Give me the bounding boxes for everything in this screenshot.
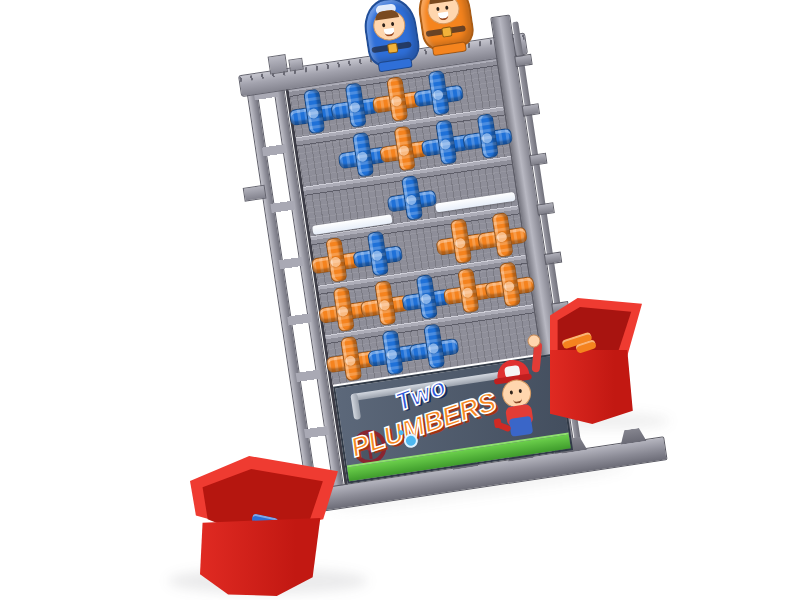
cell-r3c4[interactable] <box>428 162 477 218</box>
orange-pipe-piece[interactable] <box>476 205 527 261</box>
shelf-bracket-stub <box>522 103 540 116</box>
right-piece-tray[interactable] <box>550 298 642 424</box>
cell-r3c5[interactable] <box>469 156 518 212</box>
cell-r1c5[interactable] <box>455 57 504 113</box>
cell-r1c4[interactable] <box>413 63 462 119</box>
character-overalls <box>509 416 533 437</box>
orange-pipe-piece[interactable] <box>483 255 534 311</box>
orange-plumber-figure[interactable] <box>411 0 477 56</box>
tray-bin <box>550 350 642 424</box>
tray-bin <box>200 518 328 596</box>
cell-r3c3[interactable] <box>386 168 435 224</box>
frame-cap-block <box>288 58 304 72</box>
belt-buckle <box>387 42 398 53</box>
blue-pipe-piece[interactable] <box>461 106 512 162</box>
frame-cap-block <box>268 54 288 74</box>
product-photo-scene: Two PLUMBERS <box>0 0 800 600</box>
cell-r6c3[interactable] <box>408 317 457 373</box>
cell-r2c5[interactable] <box>462 106 511 162</box>
belt-buckle <box>441 26 452 37</box>
left-piece-tray[interactable] <box>190 456 338 596</box>
cell-r3c1[interactable] <box>303 181 352 237</box>
shelf-bracket-stub <box>544 252 562 265</box>
pipe-grid[interactable] <box>288 57 541 385</box>
cell-r5c5[interactable] <box>484 255 533 311</box>
shelf-bracket-stub <box>514 54 532 67</box>
cell-r4c2[interactable] <box>352 224 401 280</box>
blue-plumber-figure[interactable] <box>357 0 423 72</box>
shelf-bracket-stub <box>536 202 554 215</box>
game-rack: Two PLUMBERS <box>244 34 582 520</box>
shelf-bracket-stub <box>529 153 547 166</box>
cell-r4c5[interactable] <box>477 205 526 261</box>
